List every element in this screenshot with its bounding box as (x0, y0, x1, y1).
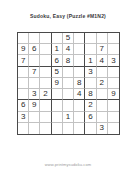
sudoku-cell-r2c6[interactable] (74, 44, 85, 55)
sudoku-cell-r7c6[interactable] (74, 100, 85, 111)
sudoku-cell-r9c8[interactable]: 3 (97, 123, 108, 134)
sudoku-cell-r5c3[interactable] (40, 78, 51, 89)
sudoku-cell-r1c7[interactable] (85, 33, 96, 44)
sudoku-cell-r6c1[interactable] (18, 89, 29, 100)
sudoku-cell-r9c9[interactable] (108, 123, 119, 134)
sudoku-cell-r3c6[interactable] (74, 55, 85, 66)
sudoku-cell-r5c4[interactable]: 9 (52, 78, 63, 89)
sudoku-cell-r4c1[interactable] (18, 67, 29, 78)
sudoku-cell-r4c8[interactable] (97, 67, 108, 78)
sudoku-cell-r9c4[interactable] (52, 123, 63, 134)
sudoku-cell-r2c5[interactable]: 4 (63, 44, 74, 55)
sudoku-cell-r6c8[interactable] (97, 89, 108, 100)
sudoku-cell-r5c7[interactable] (85, 78, 96, 89)
sudoku-cell-r7c2[interactable]: 9 (29, 100, 40, 111)
sudoku-cell-r8c8[interactable] (97, 112, 108, 123)
sudoku-cell-r4c6[interactable] (74, 67, 85, 78)
sudoku-cell-r4c5[interactable] (63, 67, 74, 78)
sudoku-cell-r5c1[interactable] (18, 78, 29, 89)
sudoku-cell-r4c3[interactable] (40, 67, 51, 78)
sudoku-cell-r2c7[interactable] (85, 44, 96, 55)
sudoku-cell-r3c4[interactable]: 6 (52, 55, 63, 66)
sudoku-board: 596147768143753982324896923163 (17, 32, 120, 135)
sudoku-cell-r8c2[interactable] (29, 112, 40, 123)
sudoku-cell-r1c5[interactable]: 5 (63, 33, 74, 44)
sudoku-cell-r5c2[interactable] (29, 78, 40, 89)
sudoku-cell-r7c3[interactable] (40, 100, 51, 111)
sudoku-cell-r6c6[interactable]: 4 (74, 89, 85, 100)
sudoku-cell-r4c9[interactable] (108, 67, 119, 78)
sudoku-cell-r4c4[interactable]: 5 (52, 67, 63, 78)
sudoku-cell-r3c3[interactable] (40, 55, 51, 66)
sudoku-cell-r7c1[interactable]: 6 (18, 100, 29, 111)
sudoku-cell-r1c6[interactable] (74, 33, 85, 44)
sudoku-cell-r6c7[interactable]: 8 (85, 89, 96, 100)
sudoku-cell-r6c2[interactable]: 3 (29, 89, 40, 100)
sudoku-cell-r3c9[interactable]: 3 (108, 55, 119, 66)
sudoku-cell-r8c1[interactable]: 3 (18, 112, 29, 123)
sudoku-cell-r7c9[interactable] (108, 100, 119, 111)
sudoku-cell-r9c2[interactable] (29, 123, 40, 134)
sudoku-cell-r5c6[interactable]: 8 (74, 78, 85, 89)
sudoku-cell-r8c9[interactable] (108, 112, 119, 123)
sudoku-cell-r3c1[interactable]: 7 (18, 55, 29, 66)
sudoku-cell-r3c8[interactable]: 4 (97, 55, 108, 66)
sudoku-cell-r4c7[interactable]: 3 (85, 67, 96, 78)
sudoku-cell-r1c8[interactable] (97, 33, 108, 44)
sudoku-cell-r8c7[interactable]: 6 (85, 112, 96, 123)
sudoku-cell-r4c2[interactable]: 7 (29, 67, 40, 78)
sudoku-cell-r6c9[interactable]: 9 (108, 89, 119, 100)
sudoku-cell-r8c6[interactable] (74, 112, 85, 123)
sudoku-cell-r8c3[interactable] (40, 112, 51, 123)
sudoku-cell-r2c3[interactable] (40, 44, 51, 55)
sudoku-cell-r2c9[interactable] (108, 44, 119, 55)
sudoku-cell-r2c1[interactable]: 9 (18, 44, 29, 55)
sudoku-cell-r3c2[interactable] (29, 55, 40, 66)
sudoku-cell-r5c5[interactable] (63, 78, 74, 89)
sudoku-cell-r8c5[interactable]: 1 (63, 112, 74, 123)
footer-url: www.printmysudoku.com (0, 162, 136, 167)
sudoku-cell-r2c4[interactable]: 1 (52, 44, 63, 55)
sudoku-cell-r3c7[interactable]: 1 (85, 55, 96, 66)
sudoku-cell-r5c9[interactable] (108, 78, 119, 89)
sudoku-cell-r5c8[interactable]: 2 (97, 78, 108, 89)
sudoku-cell-r1c4[interactable] (52, 33, 63, 44)
sudoku-cell-r6c5[interactable] (63, 89, 74, 100)
sudoku-cell-r9c6[interactable] (74, 123, 85, 134)
sudoku-cell-r3c5[interactable]: 8 (63, 55, 74, 66)
sudoku-cell-r1c2[interactable] (29, 33, 40, 44)
sudoku-cell-r1c3[interactable] (40, 33, 51, 44)
sudoku-cell-r7c7[interactable]: 2 (85, 100, 96, 111)
sudoku-cell-r1c9[interactable] (108, 33, 119, 44)
sudoku-cell-r1c1[interactable] (18, 33, 29, 44)
sudoku-cell-r2c2[interactable]: 6 (29, 44, 40, 55)
sudoku-cell-r8c4[interactable] (52, 112, 63, 123)
sudoku-cell-r2c8[interactable]: 7 (97, 44, 108, 55)
sudoku-cell-r9c7[interactable] (85, 123, 96, 134)
sudoku-cell-r7c5[interactable] (63, 100, 74, 111)
sudoku-cell-r6c4[interactable] (52, 89, 63, 100)
page-title: Sudoku, Easy (Puzzle #M1N2) (0, 13, 136, 19)
sudoku-cell-r7c4[interactable] (52, 100, 63, 111)
sudoku-cell-r9c3[interactable] (40, 123, 51, 134)
sudoku-cell-r9c1[interactable] (18, 123, 29, 134)
sudoku-cell-r9c5[interactable] (63, 123, 74, 134)
sudoku-cell-r6c3[interactable]: 2 (40, 89, 51, 100)
sudoku-cell-r7c8[interactable] (97, 100, 108, 111)
